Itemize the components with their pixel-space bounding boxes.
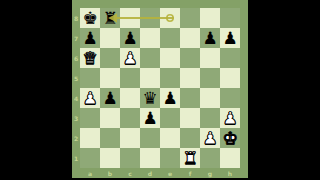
square-h3[interactable]: ♟: [220, 108, 240, 128]
square-a1[interactable]: [80, 148, 100, 168]
square-h4[interactable]: [220, 88, 240, 108]
rank-label-3: 3: [72, 108, 80, 128]
square-g1[interactable]: [200, 148, 220, 168]
file-labels: abcdefgh: [80, 168, 240, 178]
rank-label-8: 8: [72, 8, 80, 28]
square-h2[interactable]: ♚: [220, 128, 240, 148]
square-a4[interactable]: ♟: [80, 88, 100, 108]
file-label-f: f: [180, 168, 200, 178]
rank-label-5: 5: [72, 68, 80, 88]
piece-black-pawn: ♟: [140, 108, 160, 128]
square-h8[interactable]: [220, 8, 240, 28]
square-d3[interactable]: ♟: [140, 108, 160, 128]
rank-label-7: 7: [72, 28, 80, 48]
square-f3[interactable]: [180, 108, 200, 128]
piece-black-pawn: ♟: [120, 28, 140, 48]
square-b4[interactable]: ♟: [100, 88, 120, 108]
piece-black-pawn: ♟: [160, 88, 180, 108]
square-b2[interactable]: [100, 128, 120, 148]
square-b5[interactable]: [100, 68, 120, 88]
square-c6[interactable]: ♟: [120, 48, 140, 68]
square-e3[interactable]: [160, 108, 180, 128]
square-f6[interactable]: [180, 48, 200, 68]
square-g4[interactable]: [200, 88, 220, 108]
square-h5[interactable]: [220, 68, 240, 88]
rank-label-1: 1: [72, 148, 80, 168]
square-a3[interactable]: [80, 108, 100, 128]
square-c4[interactable]: [120, 88, 140, 108]
rank-labels: 87654321: [72, 8, 80, 168]
square-g2[interactable]: ♟: [200, 128, 220, 148]
square-g3[interactable]: [200, 108, 220, 128]
file-label-a: a: [80, 168, 100, 178]
square-b7[interactable]: [100, 28, 120, 48]
rank-label-6: 6: [72, 48, 80, 68]
chess-board: ♚♜♟♟♟♟♛♟♟♟♛♟♟♟♟♚♜: [80, 8, 240, 168]
square-e4[interactable]: ♟: [160, 88, 180, 108]
piece-white-pawn: ♟: [200, 128, 220, 148]
square-c7[interactable]: ♟: [120, 28, 140, 48]
square-b6[interactable]: [100, 48, 120, 68]
square-f1[interactable]: ♜: [180, 148, 200, 168]
piece-white-pawn: ♟: [120, 48, 140, 68]
square-f2[interactable]: [180, 128, 200, 148]
square-c2[interactable]: [120, 128, 140, 148]
square-f5[interactable]: [180, 68, 200, 88]
piece-black-pawn: ♟: [80, 28, 100, 48]
square-h6[interactable]: [220, 48, 240, 68]
square-d5[interactable]: [140, 68, 160, 88]
file-label-e: e: [160, 168, 180, 178]
square-c3[interactable]: [120, 108, 140, 128]
square-b8[interactable]: ♜: [100, 8, 120, 28]
square-e7[interactable]: [160, 28, 180, 48]
file-label-h: h: [220, 168, 240, 178]
square-d2[interactable]: [140, 128, 160, 148]
file-label-b: b: [100, 168, 120, 178]
square-h1[interactable]: [220, 148, 240, 168]
square-a6[interactable]: ♛: [80, 48, 100, 68]
file-label-d: d: [140, 168, 160, 178]
piece-white-pawn: ♟: [80, 88, 100, 108]
square-d7[interactable]: [140, 28, 160, 48]
square-e8[interactable]: [160, 8, 180, 28]
piece-white-king: ♚: [220, 128, 240, 148]
square-a8[interactable]: ♚: [80, 8, 100, 28]
piece-white-queen: ♛: [80, 48, 100, 68]
square-a5[interactable]: [80, 68, 100, 88]
piece-white-rook: ♜: [180, 148, 200, 168]
piece-black-queen: ♛: [140, 88, 160, 108]
square-c5[interactable]: [120, 68, 140, 88]
square-c1[interactable]: [120, 148, 140, 168]
square-e1[interactable]: [160, 148, 180, 168]
square-g7[interactable]: ♟: [200, 28, 220, 48]
square-h7[interactable]: ♟: [220, 28, 240, 48]
piece-black-pawn: ♟: [220, 28, 240, 48]
piece-black-king: ♚: [80, 8, 100, 28]
video-frame: 87654321 abcdefgh ♚♜♟♟♟♟♛♟♟♟♛♟♟♟♟♚♜: [0, 0, 320, 180]
square-d4[interactable]: ♛: [140, 88, 160, 108]
rank-label-4: 4: [72, 88, 80, 108]
piece-black-rook: ♜: [100, 8, 120, 28]
board-frame: 87654321 abcdefgh ♚♜♟♟♟♟♛♟♟♟♛♟♟♟♟♚♜: [72, 0, 248, 178]
square-e2[interactable]: [160, 128, 180, 148]
square-f7[interactable]: [180, 28, 200, 48]
square-d8[interactable]: [140, 8, 160, 28]
piece-black-pawn: ♟: [200, 28, 220, 48]
file-label-g: g: [200, 168, 220, 178]
square-b3[interactable]: [100, 108, 120, 128]
rank-label-2: 2: [72, 128, 80, 148]
square-e5[interactable]: [160, 68, 180, 88]
piece-black-pawn: ♟: [100, 88, 120, 108]
file-label-c: c: [120, 168, 140, 178]
square-g5[interactable]: [200, 68, 220, 88]
square-b1[interactable]: [100, 148, 120, 168]
square-d6[interactable]: [140, 48, 160, 68]
piece-white-pawn: ♟: [220, 108, 240, 128]
square-e6[interactable]: [160, 48, 180, 68]
square-a7[interactable]: ♟: [80, 28, 100, 48]
square-g8[interactable]: [200, 8, 220, 28]
square-d1[interactable]: [140, 148, 160, 168]
square-f4[interactable]: [180, 88, 200, 108]
square-g6[interactable]: [200, 48, 220, 68]
square-c8[interactable]: [120, 8, 140, 28]
square-f8[interactable]: [180, 8, 200, 28]
square-a2[interactable]: [80, 128, 100, 148]
